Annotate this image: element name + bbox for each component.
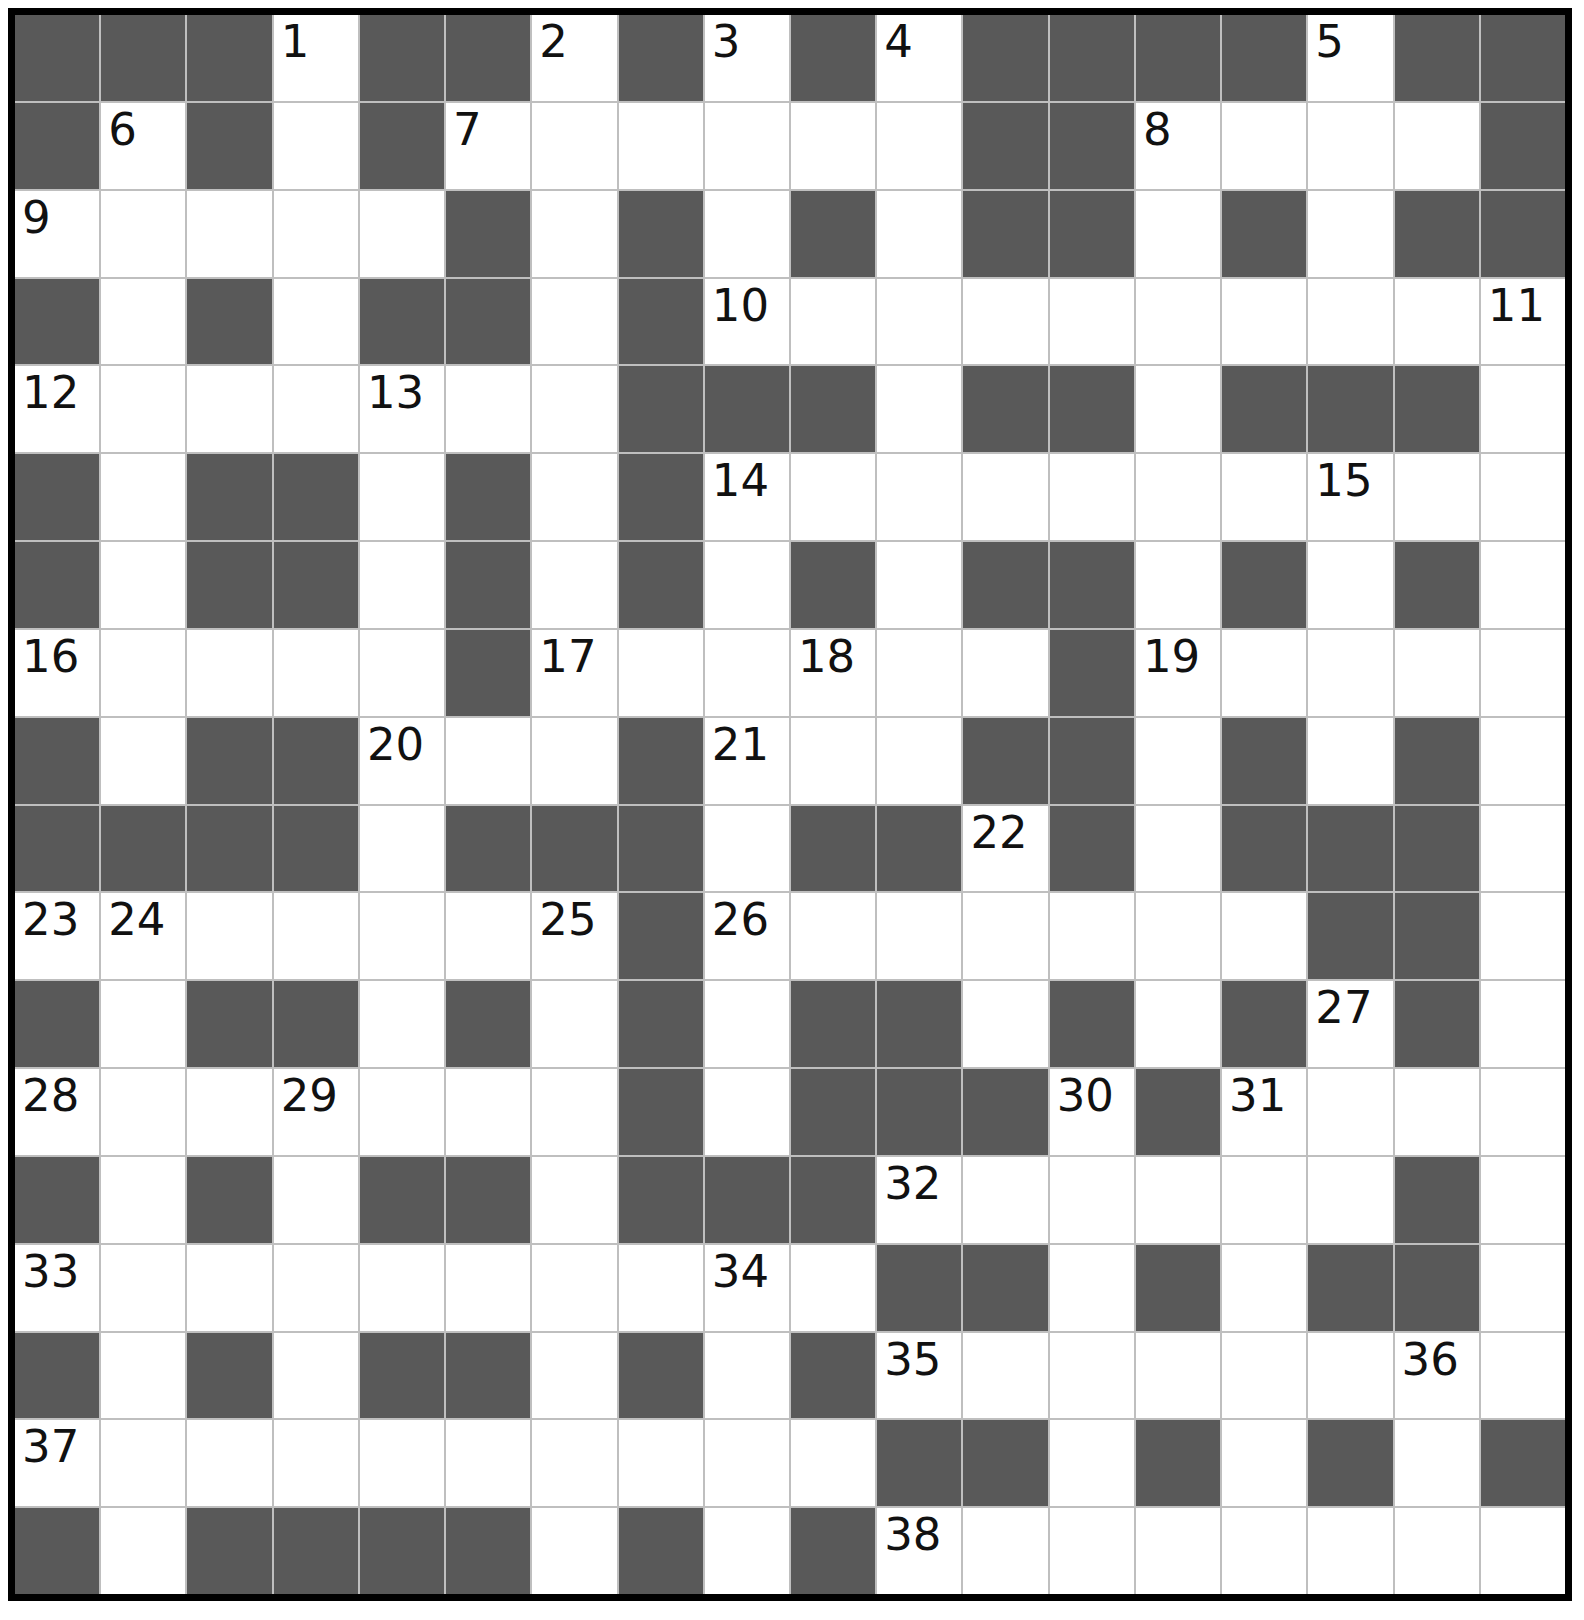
block-cell: [15, 806, 99, 892]
grid-cell[interactable]: [101, 718, 185, 804]
grid-cell[interactable]: 15: [1308, 454, 1392, 540]
grid-cell[interactable]: [446, 1069, 530, 1155]
block-cell: [1136, 15, 1220, 101]
grid-cell[interactable]: [963, 1157, 1047, 1243]
grid-cell[interactable]: 1: [274, 15, 358, 101]
block-cell: [1481, 1420, 1565, 1506]
clue-number: 10: [712, 279, 769, 332]
grid-cell[interactable]: 3: [705, 15, 789, 101]
grid-cell[interactable]: [101, 1508, 185, 1594]
block-cell: [791, 981, 875, 1067]
clue-number: 25: [539, 893, 596, 946]
grid-cell[interactable]: [1481, 1069, 1565, 1155]
grid-cell[interactable]: [1308, 1157, 1392, 1243]
grid-cell[interactable]: 22: [963, 806, 1047, 892]
grid-cell[interactable]: [101, 630, 185, 716]
block-cell: [101, 15, 185, 101]
block-cell: [1050, 103, 1134, 189]
block-cell: [791, 366, 875, 452]
grid-cell[interactable]: [1222, 454, 1306, 540]
grid-cell[interactable]: [187, 191, 271, 277]
grid-cell[interactable]: [360, 1069, 444, 1155]
grid-cell[interactable]: [1481, 1245, 1565, 1331]
grid-cell[interactable]: [1136, 191, 1220, 277]
block-cell: [791, 542, 875, 628]
block-cell: [1136, 1069, 1220, 1155]
grid-cell[interactable]: [360, 1245, 444, 1331]
grid-cell[interactable]: [791, 893, 875, 979]
block-cell: [619, 366, 703, 452]
grid-cell[interactable]: [532, 1420, 616, 1506]
block-cell: [446, 15, 530, 101]
grid-cell[interactable]: [532, 1333, 616, 1419]
grid-cell[interactable]: [1308, 718, 1392, 804]
grid-cell[interactable]: [274, 893, 358, 979]
clue-number: 38: [884, 1508, 941, 1561]
grid-cell[interactable]: [1481, 1157, 1565, 1243]
grid-cell[interactable]: 35: [877, 1333, 961, 1419]
clue-number: 34: [712, 1245, 769, 1298]
grid-cell[interactable]: [1481, 981, 1565, 1067]
grid-cell[interactable]: [1050, 1420, 1134, 1506]
grid-cell[interactable]: 19: [1136, 630, 1220, 716]
grid-cell[interactable]: [101, 1069, 185, 1155]
grid-cell[interactable]: 32: [877, 1157, 961, 1243]
grid-cell[interactable]: 33: [15, 1245, 99, 1331]
grid-cell[interactable]: [1308, 103, 1392, 189]
grid-cell[interactable]: [101, 1157, 185, 1243]
grid-cell[interactable]: [1050, 893, 1134, 979]
grid-cell[interactable]: [1308, 1508, 1392, 1594]
grid-cell[interactable]: [1136, 279, 1220, 365]
grid-cell[interactable]: [877, 454, 961, 540]
grid-cell[interactable]: [446, 366, 530, 452]
grid-cell[interactable]: [877, 542, 961, 628]
block-cell: [446, 1508, 530, 1594]
clue-number: 3: [712, 15, 741, 68]
grid-cell[interactable]: [187, 893, 271, 979]
grid-cell[interactable]: [619, 630, 703, 716]
block-cell: [274, 542, 358, 628]
grid-cell[interactable]: 7: [446, 103, 530, 189]
grid-cell[interactable]: [1222, 893, 1306, 979]
block-cell: [1308, 366, 1392, 452]
grid-cell[interactable]: [1136, 366, 1220, 452]
grid-cell[interactable]: [187, 1069, 271, 1155]
grid-cell[interactable]: 37: [15, 1420, 99, 1506]
grid-cell[interactable]: [274, 279, 358, 365]
block-cell: [619, 893, 703, 979]
block-cell: [446, 191, 530, 277]
block-cell: [791, 806, 875, 892]
block-cell: [1050, 366, 1134, 452]
grid-cell[interactable]: [1395, 630, 1479, 716]
grid-cell[interactable]: 18: [791, 630, 875, 716]
grid-cell[interactable]: [101, 191, 185, 277]
block-cell: [963, 15, 1047, 101]
grid-cell[interactable]: [705, 806, 789, 892]
grid-cell[interactable]: 4: [877, 15, 961, 101]
block-cell: [1395, 542, 1479, 628]
grid-cell[interactable]: [877, 279, 961, 365]
grid-cell[interactable]: [532, 542, 616, 628]
grid-cell[interactable]: [1050, 1157, 1134, 1243]
grid-cell[interactable]: [1050, 279, 1134, 365]
grid-cell[interactable]: [274, 103, 358, 189]
block-cell: [1136, 1420, 1220, 1506]
block-cell: [963, 1245, 1047, 1331]
block-cell: [619, 279, 703, 365]
grid-cell[interactable]: [1481, 630, 1565, 716]
block-cell: [619, 806, 703, 892]
grid-cell[interactable]: [360, 454, 444, 540]
grid-cell[interactable]: [1136, 981, 1220, 1067]
grid-cell[interactable]: [187, 1245, 271, 1331]
grid-cell[interactable]: [963, 630, 1047, 716]
grid-cell[interactable]: [1395, 103, 1479, 189]
grid-cell[interactable]: [1481, 1333, 1565, 1419]
block-cell: [187, 1333, 271, 1419]
grid-cell[interactable]: [274, 630, 358, 716]
crossword-grid: 1234567891011121314151617181920212223242…: [15, 15, 1565, 1594]
grid-cell[interactable]: 2: [532, 15, 616, 101]
block-cell: [791, 15, 875, 101]
clue-number: 19: [1143, 630, 1200, 683]
block-cell: [15, 454, 99, 540]
clue-number: 4: [884, 15, 913, 68]
grid-cell[interactable]: [360, 806, 444, 892]
grid-cell[interactable]: [705, 1420, 789, 1506]
grid-cell[interactable]: [1308, 1333, 1392, 1419]
block-cell: [877, 1420, 961, 1506]
block-cell: [187, 806, 271, 892]
grid-cell[interactable]: [1395, 454, 1479, 540]
grid-cell[interactable]: [532, 454, 616, 540]
grid-cell[interactable]: [446, 1245, 530, 1331]
grid-cell[interactable]: [1308, 630, 1392, 716]
block-cell: [1308, 893, 1392, 979]
grid-cell[interactable]: [274, 1333, 358, 1419]
grid-cell[interactable]: [1050, 1333, 1134, 1419]
grid-cell[interactable]: 11: [1481, 279, 1565, 365]
block-cell: [1050, 981, 1134, 1067]
block-cell: [791, 1069, 875, 1155]
grid-cell[interactable]: 20: [360, 718, 444, 804]
grid-cell[interactable]: [705, 1508, 789, 1594]
grid-cell[interactable]: [1136, 542, 1220, 628]
grid-cell[interactable]: [1481, 893, 1565, 979]
clue-number: 22: [970, 806, 1027, 859]
grid-cell[interactable]: [1222, 1508, 1306, 1594]
grid-cell[interactable]: [101, 981, 185, 1067]
grid-cell[interactable]: [791, 454, 875, 540]
grid-cell[interactable]: 5: [1308, 15, 1392, 101]
block-cell: [1308, 806, 1392, 892]
block-cell: [360, 279, 444, 365]
grid-cell[interactable]: 8: [1136, 103, 1220, 189]
grid-cell[interactable]: [1395, 279, 1479, 365]
grid-cell[interactable]: 34: [705, 1245, 789, 1331]
grid-cell[interactable]: [1481, 1508, 1565, 1594]
crossword-board: 1234567891011121314151617181920212223242…: [8, 8, 1572, 1601]
grid-cell[interactable]: 12: [15, 366, 99, 452]
block-cell: [619, 454, 703, 540]
grid-cell[interactable]: [1308, 191, 1392, 277]
grid-cell[interactable]: [877, 191, 961, 277]
grid-cell[interactable]: [446, 718, 530, 804]
block-cell: [705, 366, 789, 452]
grid-cell[interactable]: [1050, 454, 1134, 540]
grid-cell[interactable]: [1222, 1333, 1306, 1419]
grid-cell[interactable]: 17: [532, 630, 616, 716]
block-cell: [1222, 806, 1306, 892]
clue-number: 33: [22, 1245, 79, 1298]
block-cell: [963, 366, 1047, 452]
block-cell: [187, 981, 271, 1067]
grid-cell[interactable]: [1136, 1157, 1220, 1243]
grid-cell[interactable]: [187, 630, 271, 716]
clue-number: 18: [798, 630, 855, 683]
grid-cell[interactable]: [532, 1157, 616, 1243]
grid-cell[interactable]: [1308, 542, 1392, 628]
grid-cell[interactable]: 16: [15, 630, 99, 716]
block-cell: [15, 1333, 99, 1419]
grid-cell[interactable]: [877, 366, 961, 452]
clue-number: 5: [1315, 15, 1344, 68]
clue-number: 9: [22, 191, 51, 244]
clue-number: 27: [1315, 981, 1372, 1034]
grid-cell[interactable]: [1308, 1069, 1392, 1155]
grid-cell[interactable]: [532, 1069, 616, 1155]
block-cell: [1222, 15, 1306, 101]
block-cell: [1050, 191, 1134, 277]
grid-cell[interactable]: 36: [1395, 1333, 1479, 1419]
grid-cell[interactable]: [1136, 1508, 1220, 1594]
grid-cell[interactable]: [274, 366, 358, 452]
grid-cell[interactable]: 28: [15, 1069, 99, 1155]
block-cell: [963, 1069, 1047, 1155]
grid-cell[interactable]: [274, 1420, 358, 1506]
grid-cell[interactable]: [1136, 806, 1220, 892]
grid-cell[interactable]: 23: [15, 893, 99, 979]
grid-cell[interactable]: [274, 191, 358, 277]
block-cell: [274, 981, 358, 1067]
grid-cell[interactable]: [532, 1508, 616, 1594]
clue-number: 12: [22, 366, 79, 419]
grid-cell[interactable]: 21: [705, 718, 789, 804]
grid-cell[interactable]: [705, 1069, 789, 1155]
block-cell: [963, 542, 1047, 628]
clue-number: 30: [1057, 1069, 1114, 1122]
grid-cell[interactable]: [360, 191, 444, 277]
block-cell: [791, 1157, 875, 1243]
block-cell: [1395, 15, 1479, 101]
grid-cell[interactable]: [532, 981, 616, 1067]
grid-cell[interactable]: [705, 981, 789, 1067]
grid-cell[interactable]: [1222, 1245, 1306, 1331]
grid-cell[interactable]: 27: [1308, 981, 1392, 1067]
grid-cell[interactable]: [705, 191, 789, 277]
block-cell: [619, 1508, 703, 1594]
grid-cell[interactable]: [1050, 1508, 1134, 1594]
clue-number: 35: [884, 1333, 941, 1386]
block-cell: [1395, 1157, 1479, 1243]
grid-cell[interactable]: [963, 454, 1047, 540]
block-cell: [705, 1157, 789, 1243]
grid-cell[interactable]: [791, 279, 875, 365]
grid-cell[interactable]: [360, 542, 444, 628]
grid-cell[interactable]: [446, 1420, 530, 1506]
grid-cell[interactable]: [705, 103, 789, 189]
block-cell: [360, 1333, 444, 1419]
grid-cell[interactable]: [963, 279, 1047, 365]
grid-cell[interactable]: [619, 103, 703, 189]
block-cell: [15, 103, 99, 189]
block-cell: [1308, 1420, 1392, 1506]
block-cell: [1050, 630, 1134, 716]
grid-cell[interactable]: [101, 1333, 185, 1419]
clue-number: 28: [22, 1069, 79, 1122]
block-cell: [15, 542, 99, 628]
clue-number: 6: [108, 103, 137, 156]
clue-number: 7: [453, 103, 482, 156]
grid-cell[interactable]: [791, 1420, 875, 1506]
grid-cell[interactable]: [101, 366, 185, 452]
block-cell: [619, 981, 703, 1067]
grid-cell[interactable]: [532, 718, 616, 804]
grid-cell[interactable]: [619, 1420, 703, 1506]
grid-cell[interactable]: 9: [15, 191, 99, 277]
grid-cell[interactable]: [360, 630, 444, 716]
grid-cell[interactable]: [705, 630, 789, 716]
grid-cell[interactable]: [187, 1420, 271, 1506]
grid-cell[interactable]: [1136, 454, 1220, 540]
grid-cell[interactable]: 10: [705, 279, 789, 365]
grid-cell[interactable]: [963, 1508, 1047, 1594]
block-cell: [619, 191, 703, 277]
grid-cell[interactable]: [274, 1245, 358, 1331]
grid-cell[interactable]: [532, 1245, 616, 1331]
block-cell: [446, 630, 530, 716]
grid-cell[interactable]: [101, 1420, 185, 1506]
grid-cell[interactable]: 24: [101, 893, 185, 979]
grid-cell[interactable]: [360, 1420, 444, 1506]
grid-cell[interactable]: [532, 103, 616, 189]
grid-cell[interactable]: [274, 1157, 358, 1243]
block-cell: [446, 981, 530, 1067]
grid-cell[interactable]: [877, 103, 961, 189]
grid-cell[interactable]: 25: [532, 893, 616, 979]
grid-cell[interactable]: [963, 981, 1047, 1067]
grid-cell[interactable]: [877, 630, 961, 716]
grid-cell[interactable]: [791, 1245, 875, 1331]
block-cell: [877, 806, 961, 892]
grid-cell[interactable]: 26: [705, 893, 789, 979]
grid-cell[interactable]: [1136, 718, 1220, 804]
grid-cell[interactable]: [187, 366, 271, 452]
clue-number: 32: [884, 1157, 941, 1210]
grid-cell[interactable]: 6: [101, 103, 185, 189]
grid-cell[interactable]: [1050, 1245, 1134, 1331]
block-cell: [1481, 15, 1565, 101]
grid-cell[interactable]: [1308, 279, 1392, 365]
grid-cell[interactable]: [791, 103, 875, 189]
block-cell: [1050, 806, 1134, 892]
clue-number: 20: [367, 718, 424, 771]
grid-cell[interactable]: [791, 718, 875, 804]
grid-cell[interactable]: [705, 542, 789, 628]
grid-cell[interactable]: [1395, 1069, 1479, 1155]
grid-cell[interactable]: [963, 893, 1047, 979]
block-cell: [619, 1157, 703, 1243]
block-cell: [1222, 542, 1306, 628]
grid-cell[interactable]: 13: [360, 366, 444, 452]
grid-cell[interactable]: [619, 1245, 703, 1331]
grid-cell[interactable]: 14: [705, 454, 789, 540]
grid-cell[interactable]: [1395, 1420, 1479, 1506]
block-cell: [187, 103, 271, 189]
grid-cell[interactable]: [1136, 1333, 1220, 1419]
clue-number: 17: [539, 630, 596, 683]
grid-cell[interactable]: [1222, 630, 1306, 716]
grid-cell[interactable]: [1222, 279, 1306, 365]
grid-cell[interactable]: [360, 981, 444, 1067]
block-cell: [187, 1508, 271, 1594]
block-cell: [1050, 15, 1134, 101]
grid-cell[interactable]: [1481, 542, 1565, 628]
grid-cell[interactable]: [101, 1245, 185, 1331]
block-cell: [1222, 981, 1306, 1067]
clue-number: 8: [1143, 103, 1172, 156]
clue-number: 21: [712, 718, 769, 771]
grid-cell[interactable]: [532, 191, 616, 277]
block-cell: [1395, 806, 1479, 892]
grid-cell[interactable]: [532, 366, 616, 452]
grid-cell[interactable]: 31: [1222, 1069, 1306, 1155]
grid-cell[interactable]: [101, 454, 185, 540]
clue-number: 16: [22, 630, 79, 683]
grid-cell[interactable]: [1481, 718, 1565, 804]
grid-cell[interactable]: [877, 718, 961, 804]
grid-cell[interactable]: [705, 1333, 789, 1419]
clue-number: 14: [712, 454, 769, 507]
grid-cell[interactable]: [101, 279, 185, 365]
block-cell: [446, 1333, 530, 1419]
grid-cell[interactable]: 30: [1050, 1069, 1134, 1155]
grid-cell[interactable]: [1481, 806, 1565, 892]
clue-number: 13: [367, 366, 424, 419]
block-cell: [963, 191, 1047, 277]
grid-cell[interactable]: [360, 893, 444, 979]
grid-cell[interactable]: [1481, 454, 1565, 540]
clue-number: 29: [281, 1069, 338, 1122]
grid-cell[interactable]: 29: [274, 1069, 358, 1155]
grid-cell[interactable]: [101, 542, 185, 628]
block-cell: [101, 806, 185, 892]
block-cell: [1481, 103, 1565, 189]
grid-cell[interactable]: [963, 1333, 1047, 1419]
grid-cell[interactable]: 38: [877, 1508, 961, 1594]
grid-cell[interactable]: [877, 893, 961, 979]
grid-cell[interactable]: [1136, 893, 1220, 979]
grid-cell[interactable]: [446, 893, 530, 979]
grid-cell[interactable]: [1222, 1420, 1306, 1506]
grid-cell[interactable]: [532, 279, 616, 365]
grid-cell[interactable]: [1481, 366, 1565, 452]
grid-cell[interactable]: [1395, 1508, 1479, 1594]
grid-cell[interactable]: [1222, 1157, 1306, 1243]
grid-cell[interactable]: [1222, 103, 1306, 189]
